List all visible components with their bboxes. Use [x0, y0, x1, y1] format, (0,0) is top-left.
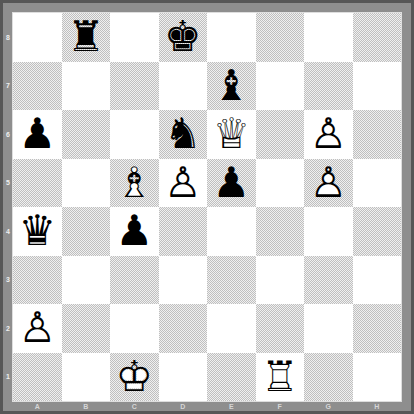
white-pawn[interactable]: ♙ [159, 159, 208, 208]
square-b1[interactable] [62, 353, 111, 402]
square-e4[interactable] [207, 207, 256, 256]
chess-board-frame: 87654321 ABCDEFGH ♜♚♝♟♞♛♕♟♙♝♗♟♙♟♟♙♛♟♟♙♚♔… [0, 0, 414, 414]
square-b7[interactable] [62, 62, 111, 111]
white-bishop-fill: ♝ [110, 159, 159, 208]
file-label-d: D [159, 401, 208, 411]
chess-board: ♜♚♝♟♞♛♕♟♙♝♗♟♙♟♟♙♛♟♟♙♚♔♜♖ [13, 13, 401, 401]
square-a5[interactable] [13, 159, 62, 208]
square-f7[interactable] [256, 62, 305, 111]
square-g6[interactable]: ♟♙ [304, 110, 353, 159]
black-bishop[interactable]: ♝ [207, 62, 256, 111]
square-b4[interactable] [62, 207, 111, 256]
square-g2[interactable] [304, 304, 353, 353]
black-pawn[interactable]: ♟ [110, 207, 159, 256]
rank-label-5: 5 [3, 159, 13, 208]
white-pawn-fill: ♟ [159, 159, 208, 208]
square-c1[interactable]: ♚♔ [110, 353, 159, 402]
white-king[interactable]: ♔ [110, 353, 159, 402]
file-labels: ABCDEFGH [13, 401, 401, 411]
square-b2[interactable] [62, 304, 111, 353]
square-h4[interactable] [353, 207, 402, 256]
square-e3[interactable] [207, 256, 256, 305]
square-d1[interactable] [159, 353, 208, 402]
white-bishop[interactable]: ♗ [110, 159, 159, 208]
square-b3[interactable] [62, 256, 111, 305]
square-b5[interactable] [62, 159, 111, 208]
black-queen[interactable]: ♛ [13, 207, 62, 256]
square-c3[interactable] [110, 256, 159, 305]
file-label-a: A [13, 401, 62, 411]
square-e8[interactable] [207, 13, 256, 62]
rank-label-8: 8 [3, 13, 13, 62]
white-rook[interactable]: ♖ [256, 353, 305, 402]
rank-label-7: 7 [3, 62, 13, 111]
file-label-c: C [110, 401, 159, 411]
square-a6[interactable]: ♟ [13, 110, 62, 159]
rank-label-4: 4 [3, 207, 13, 256]
square-e5[interactable]: ♟ [207, 159, 256, 208]
square-a3[interactable] [13, 256, 62, 305]
square-f1[interactable]: ♜♖ [256, 353, 305, 402]
square-a1[interactable] [13, 353, 62, 402]
square-d8[interactable]: ♚ [159, 13, 208, 62]
square-a8[interactable] [13, 13, 62, 62]
file-label-b: B [62, 401, 111, 411]
file-label-g: G [304, 401, 353, 411]
square-a4[interactable]: ♛ [13, 207, 62, 256]
square-f4[interactable] [256, 207, 305, 256]
file-label-f: F [256, 401, 305, 411]
square-b6[interactable] [62, 110, 111, 159]
white-king-fill: ♚ [110, 353, 159, 402]
square-d5[interactable]: ♟♙ [159, 159, 208, 208]
black-king[interactable]: ♚ [159, 13, 208, 62]
square-e7[interactable]: ♝ [207, 62, 256, 111]
black-pawn[interactable]: ♟ [207, 159, 256, 208]
square-g3[interactable] [304, 256, 353, 305]
square-c4[interactable]: ♟ [110, 207, 159, 256]
square-g8[interactable] [304, 13, 353, 62]
square-h6[interactable] [353, 110, 402, 159]
square-c2[interactable] [110, 304, 159, 353]
white-pawn-fill: ♟ [13, 304, 62, 353]
square-d3[interactable] [159, 256, 208, 305]
rank-labels: 87654321 [3, 13, 13, 401]
square-b8[interactable]: ♜ [62, 13, 111, 62]
square-g5[interactable]: ♟♙ [304, 159, 353, 208]
black-pawn[interactable]: ♟ [13, 110, 62, 159]
rank-label-2: 2 [3, 304, 13, 353]
square-d7[interactable] [159, 62, 208, 111]
rank-label-3: 3 [3, 256, 13, 305]
square-f8[interactable] [256, 13, 305, 62]
square-c5[interactable]: ♝♗ [110, 159, 159, 208]
square-h7[interactable] [353, 62, 402, 111]
square-g7[interactable] [304, 62, 353, 111]
square-g1[interactable] [304, 353, 353, 402]
square-d6[interactable]: ♞ [159, 110, 208, 159]
black-knight[interactable]: ♞ [159, 110, 208, 159]
square-f3[interactable] [256, 256, 305, 305]
white-pawn[interactable]: ♙ [304, 110, 353, 159]
square-a7[interactable] [13, 62, 62, 111]
square-d2[interactable] [159, 304, 208, 353]
square-h1[interactable] [353, 353, 402, 402]
square-h5[interactable] [353, 159, 402, 208]
square-c8[interactable] [110, 13, 159, 62]
square-f6[interactable] [256, 110, 305, 159]
black-rook[interactable]: ♜ [62, 13, 111, 62]
white-rook-fill: ♜ [256, 353, 305, 402]
square-a2[interactable]: ♟♙ [13, 304, 62, 353]
rank-label-1: 1 [3, 353, 13, 402]
white-pawn[interactable]: ♙ [304, 159, 353, 208]
square-d4[interactable] [159, 207, 208, 256]
white-queen-fill: ♛ [207, 110, 256, 159]
square-e6[interactable]: ♛♕ [207, 110, 256, 159]
square-h8[interactable] [353, 13, 402, 62]
square-g4[interactable] [304, 207, 353, 256]
square-e1[interactable] [207, 353, 256, 402]
square-c6[interactable] [110, 110, 159, 159]
file-label-h: H [353, 401, 402, 411]
rank-label-6: 6 [3, 110, 13, 159]
white-pawn-fill: ♟ [304, 110, 353, 159]
white-queen[interactable]: ♕ [207, 110, 256, 159]
square-f2[interactable] [256, 304, 305, 353]
square-e2[interactable] [207, 304, 256, 353]
square-c7[interactable] [110, 62, 159, 111]
white-pawn-fill: ♟ [304, 159, 353, 208]
white-pawn[interactable]: ♙ [13, 304, 62, 353]
file-label-e: E [207, 401, 256, 411]
square-f5[interactable] [256, 159, 305, 208]
square-h3[interactable] [353, 256, 402, 305]
square-h2[interactable] [353, 304, 402, 353]
